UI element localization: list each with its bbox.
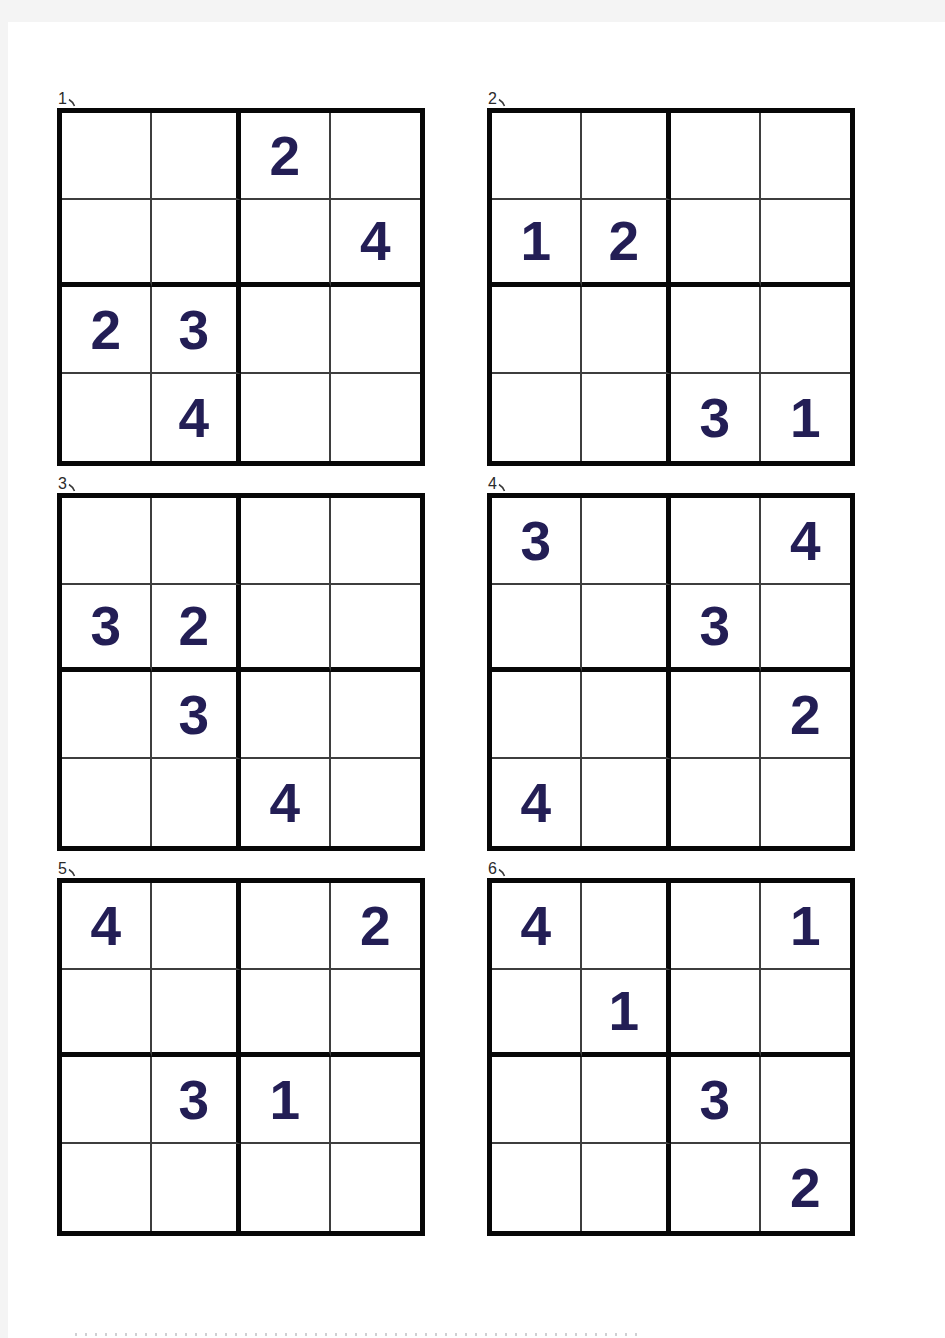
sudoku-cell-r1c2: [582, 113, 672, 200]
sudoku-cell-r3c3: [241, 287, 331, 374]
sudoku-cell-r2c3: 3: [671, 585, 761, 672]
sudoku-cell-r1c1: [492, 113, 582, 200]
sudoku-cell-r3c2: 3: [152, 287, 242, 374]
sudoku-cell-r3c1: [62, 672, 152, 759]
sudoku-cell-r4c4: 1: [761, 374, 851, 461]
sudoku-cell-r4c2: [582, 374, 672, 461]
sudoku-cell-r3c1: [62, 1057, 152, 1144]
puzzle-1-label: 1: [57, 88, 425, 108]
sudoku-cell-r2c1: [492, 585, 582, 672]
sudoku-cell-r3c1: [492, 1057, 582, 1144]
sudoku-cell-r4c1: [62, 1144, 152, 1231]
sudoku-cell-r2c2: [152, 200, 242, 287]
sudoku-cell-r1c3: [671, 883, 761, 970]
sudoku-cell-r2c2: 1: [582, 970, 672, 1057]
sudoku-cell-r3c2: [582, 1057, 672, 1144]
clipped-footer-text: [75, 1333, 640, 1336]
sudoku-puzzle-1: 1 24234: [57, 88, 425, 466]
sudoku-cell-r3c3: [671, 287, 761, 374]
puzzle-2-label: 2: [487, 88, 855, 108]
puzzle-3-number: 3: [58, 475, 67, 493]
sudoku-grid-5: 4231: [57, 878, 425, 1236]
sudoku-cell-r4c1: [492, 1144, 582, 1231]
sudoku-cell-r2c1: [62, 200, 152, 287]
sudoku-cell-r3c4: [331, 287, 421, 374]
sudoku-cell-r1c4: [761, 113, 851, 200]
sudoku-cell-r1c4: [331, 498, 421, 585]
sudoku-cell-r1c2: [582, 883, 672, 970]
sudoku-cell-r1c2: [152, 113, 242, 200]
sudoku-cell-r1c3: 2: [241, 113, 331, 200]
sudoku-cell-r2c2: 2: [152, 585, 242, 672]
sudoku-cell-r1c3: [241, 498, 331, 585]
sudoku-cell-r3c3: [241, 672, 331, 759]
puzzle-5-label: 5: [57, 858, 425, 878]
sudoku-cell-r4c3: [241, 374, 331, 461]
sudoku-puzzle-3: 3 3234: [57, 473, 425, 851]
sudoku-puzzle-5: 5 4231: [57, 858, 425, 1236]
sudoku-cell-r4c1: [62, 759, 152, 846]
puzzle-1-number: 1: [58, 90, 67, 108]
sudoku-grid-3: 3234: [57, 493, 425, 851]
sudoku-cell-r4c4: 2: [761, 1144, 851, 1231]
page-edge-left: [0, 0, 8, 1338]
sudoku-cell-r2c4: [331, 585, 421, 672]
worksheet-page: 1 24234 2 1231 3 3234 4 34324 5 4231: [0, 0, 945, 1338]
ideographic-comma-icon: [68, 98, 77, 107]
sudoku-cell-r2c3: [241, 970, 331, 1057]
sudoku-cell-r4c1: 4: [492, 759, 582, 846]
sudoku-cell-r2c1: 1: [492, 200, 582, 287]
sudoku-cell-r2c3: [241, 585, 331, 672]
sudoku-cell-r4c1: [62, 374, 152, 461]
sudoku-cell-r1c3: [241, 883, 331, 970]
sudoku-cell-r3c1: [492, 287, 582, 374]
sudoku-cell-r3c4: [331, 672, 421, 759]
sudoku-cell-r2c2: [582, 585, 672, 672]
sudoku-cell-r1c1: 3: [492, 498, 582, 585]
page-edge-top: [0, 0, 945, 22]
sudoku-cell-r4c3: 3: [671, 374, 761, 461]
sudoku-cell-r4c4: [331, 1144, 421, 1231]
sudoku-puzzle-4: 4 34324: [487, 473, 855, 851]
sudoku-grid-2: 1231: [487, 108, 855, 466]
sudoku-cell-r2c4: [761, 970, 851, 1057]
ideographic-comma-icon: [498, 483, 507, 492]
sudoku-puzzle-2: 2 1231: [487, 88, 855, 466]
sudoku-grid-4: 34324: [487, 493, 855, 851]
ideographic-comma-icon: [68, 868, 77, 877]
sudoku-cell-r3c2: [582, 287, 672, 374]
sudoku-cell-r1c2: [582, 498, 672, 585]
sudoku-cell-r3c2: 3: [152, 1057, 242, 1144]
sudoku-cell-r3c1: [492, 672, 582, 759]
sudoku-cell-r3c4: [761, 287, 851, 374]
sudoku-cell-r2c3: [671, 970, 761, 1057]
sudoku-cell-r3c4: [761, 1057, 851, 1144]
sudoku-cell-r2c3: [241, 200, 331, 287]
sudoku-cell-r2c1: 3: [62, 585, 152, 672]
sudoku-cell-r2c4: [331, 970, 421, 1057]
sudoku-cell-r1c2: [152, 498, 242, 585]
puzzle-2-number: 2: [488, 90, 497, 108]
sudoku-cell-r4c4: [761, 759, 851, 846]
sudoku-cell-r3c1: 2: [62, 287, 152, 374]
sudoku-cell-r3c3: 1: [241, 1057, 331, 1144]
puzzle-6-label: 6: [487, 858, 855, 878]
sudoku-cell-r2c4: [761, 585, 851, 672]
ideographic-comma-icon: [498, 98, 507, 107]
sudoku-cell-r1c4: 4: [761, 498, 851, 585]
puzzle-3-label: 3: [57, 473, 425, 493]
sudoku-cell-r2c3: [671, 200, 761, 287]
sudoku-cell-r1c4: 1: [761, 883, 851, 970]
puzzle-6-number: 6: [488, 860, 497, 878]
sudoku-cell-r4c3: [241, 1144, 331, 1231]
sudoku-cell-r4c2: [152, 1144, 242, 1231]
sudoku-cell-r2c1: [62, 970, 152, 1057]
sudoku-cell-r2c2: [152, 970, 242, 1057]
sudoku-cell-r2c4: [761, 200, 851, 287]
sudoku-cell-r4c4: [331, 759, 421, 846]
sudoku-cell-r1c4: [331, 113, 421, 200]
ideographic-comma-icon: [68, 483, 77, 492]
sudoku-cell-r1c4: 2: [331, 883, 421, 970]
sudoku-puzzle-6: 6 41132: [487, 858, 855, 1236]
sudoku-cell-r4c1: [492, 374, 582, 461]
sudoku-cell-r4c4: [331, 374, 421, 461]
sudoku-cell-r1c1: [62, 498, 152, 585]
puzzle-4-label: 4: [487, 473, 855, 493]
sudoku-cell-r1c2: [152, 883, 242, 970]
sudoku-cell-r1c3: [671, 498, 761, 585]
sudoku-cell-r3c3: [671, 672, 761, 759]
sudoku-cell-r4c3: 4: [241, 759, 331, 846]
sudoku-cell-r4c2: [152, 759, 242, 846]
sudoku-cell-r3c4: 2: [761, 672, 851, 759]
puzzle-5-number: 5: [58, 860, 67, 878]
sudoku-cell-r3c4: [331, 1057, 421, 1144]
sudoku-grid-6: 41132: [487, 878, 855, 1236]
sudoku-cell-r1c1: 4: [492, 883, 582, 970]
sudoku-cell-r2c4: 4: [331, 200, 421, 287]
sudoku-cell-r1c3: [671, 113, 761, 200]
sudoku-cell-r2c2: 2: [582, 200, 672, 287]
sudoku-cell-r4c3: [671, 1144, 761, 1231]
puzzle-4-number: 4: [488, 475, 497, 493]
sudoku-cell-r4c2: [582, 1144, 672, 1231]
sudoku-cell-r3c2: [582, 672, 672, 759]
sudoku-cell-r4c2: [582, 759, 672, 846]
sudoku-cell-r4c2: 4: [152, 374, 242, 461]
sudoku-cell-r3c2: 3: [152, 672, 242, 759]
sudoku-grid-1: 24234: [57, 108, 425, 466]
sudoku-cell-r1c1: 4: [62, 883, 152, 970]
sudoku-cell-r3c3: 3: [671, 1057, 761, 1144]
sudoku-cell-r2c1: [492, 970, 582, 1057]
sudoku-cell-r1c1: [62, 113, 152, 200]
ideographic-comma-icon: [498, 868, 507, 877]
sudoku-cell-r4c3: [671, 759, 761, 846]
